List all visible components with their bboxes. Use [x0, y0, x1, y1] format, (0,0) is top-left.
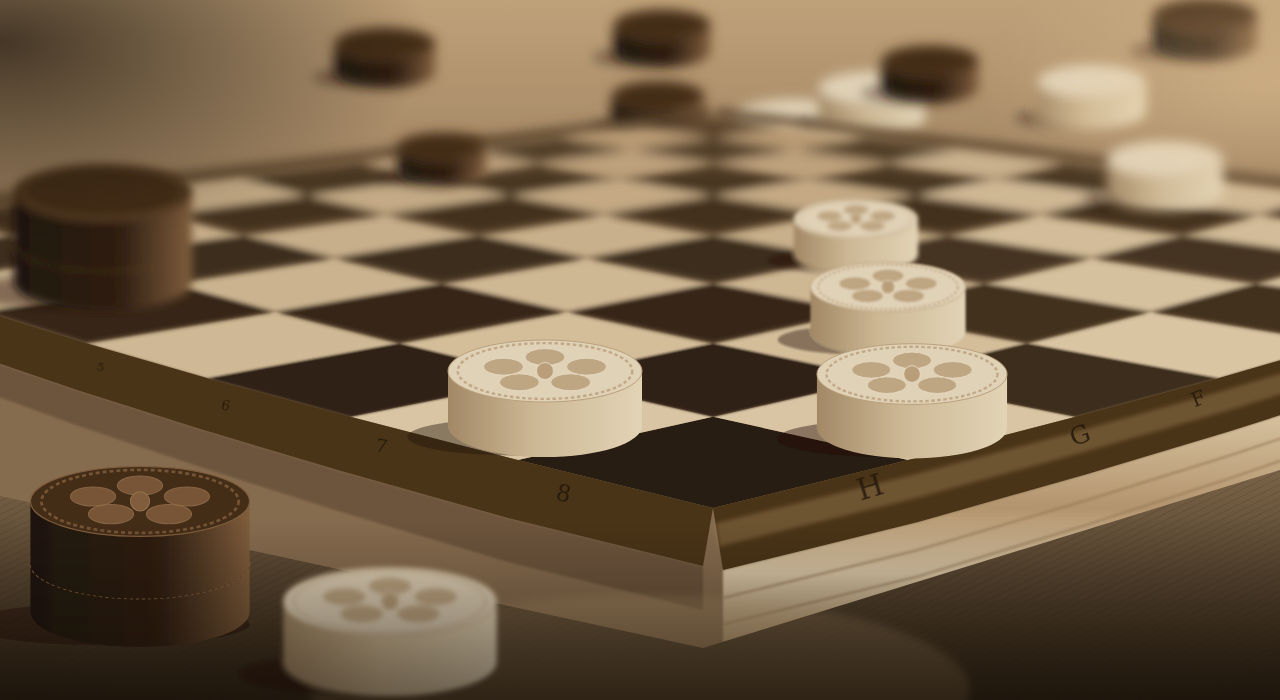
checkers-photo-scene: 8765HGF	[0, 0, 1280, 700]
board-svg: 8765HGF	[0, 0, 1280, 700]
checker-dark-stack-h3[interactable]	[0, 163, 192, 310]
checker-dark-stack-off-dark-stack[interactable]	[0, 466, 250, 647]
